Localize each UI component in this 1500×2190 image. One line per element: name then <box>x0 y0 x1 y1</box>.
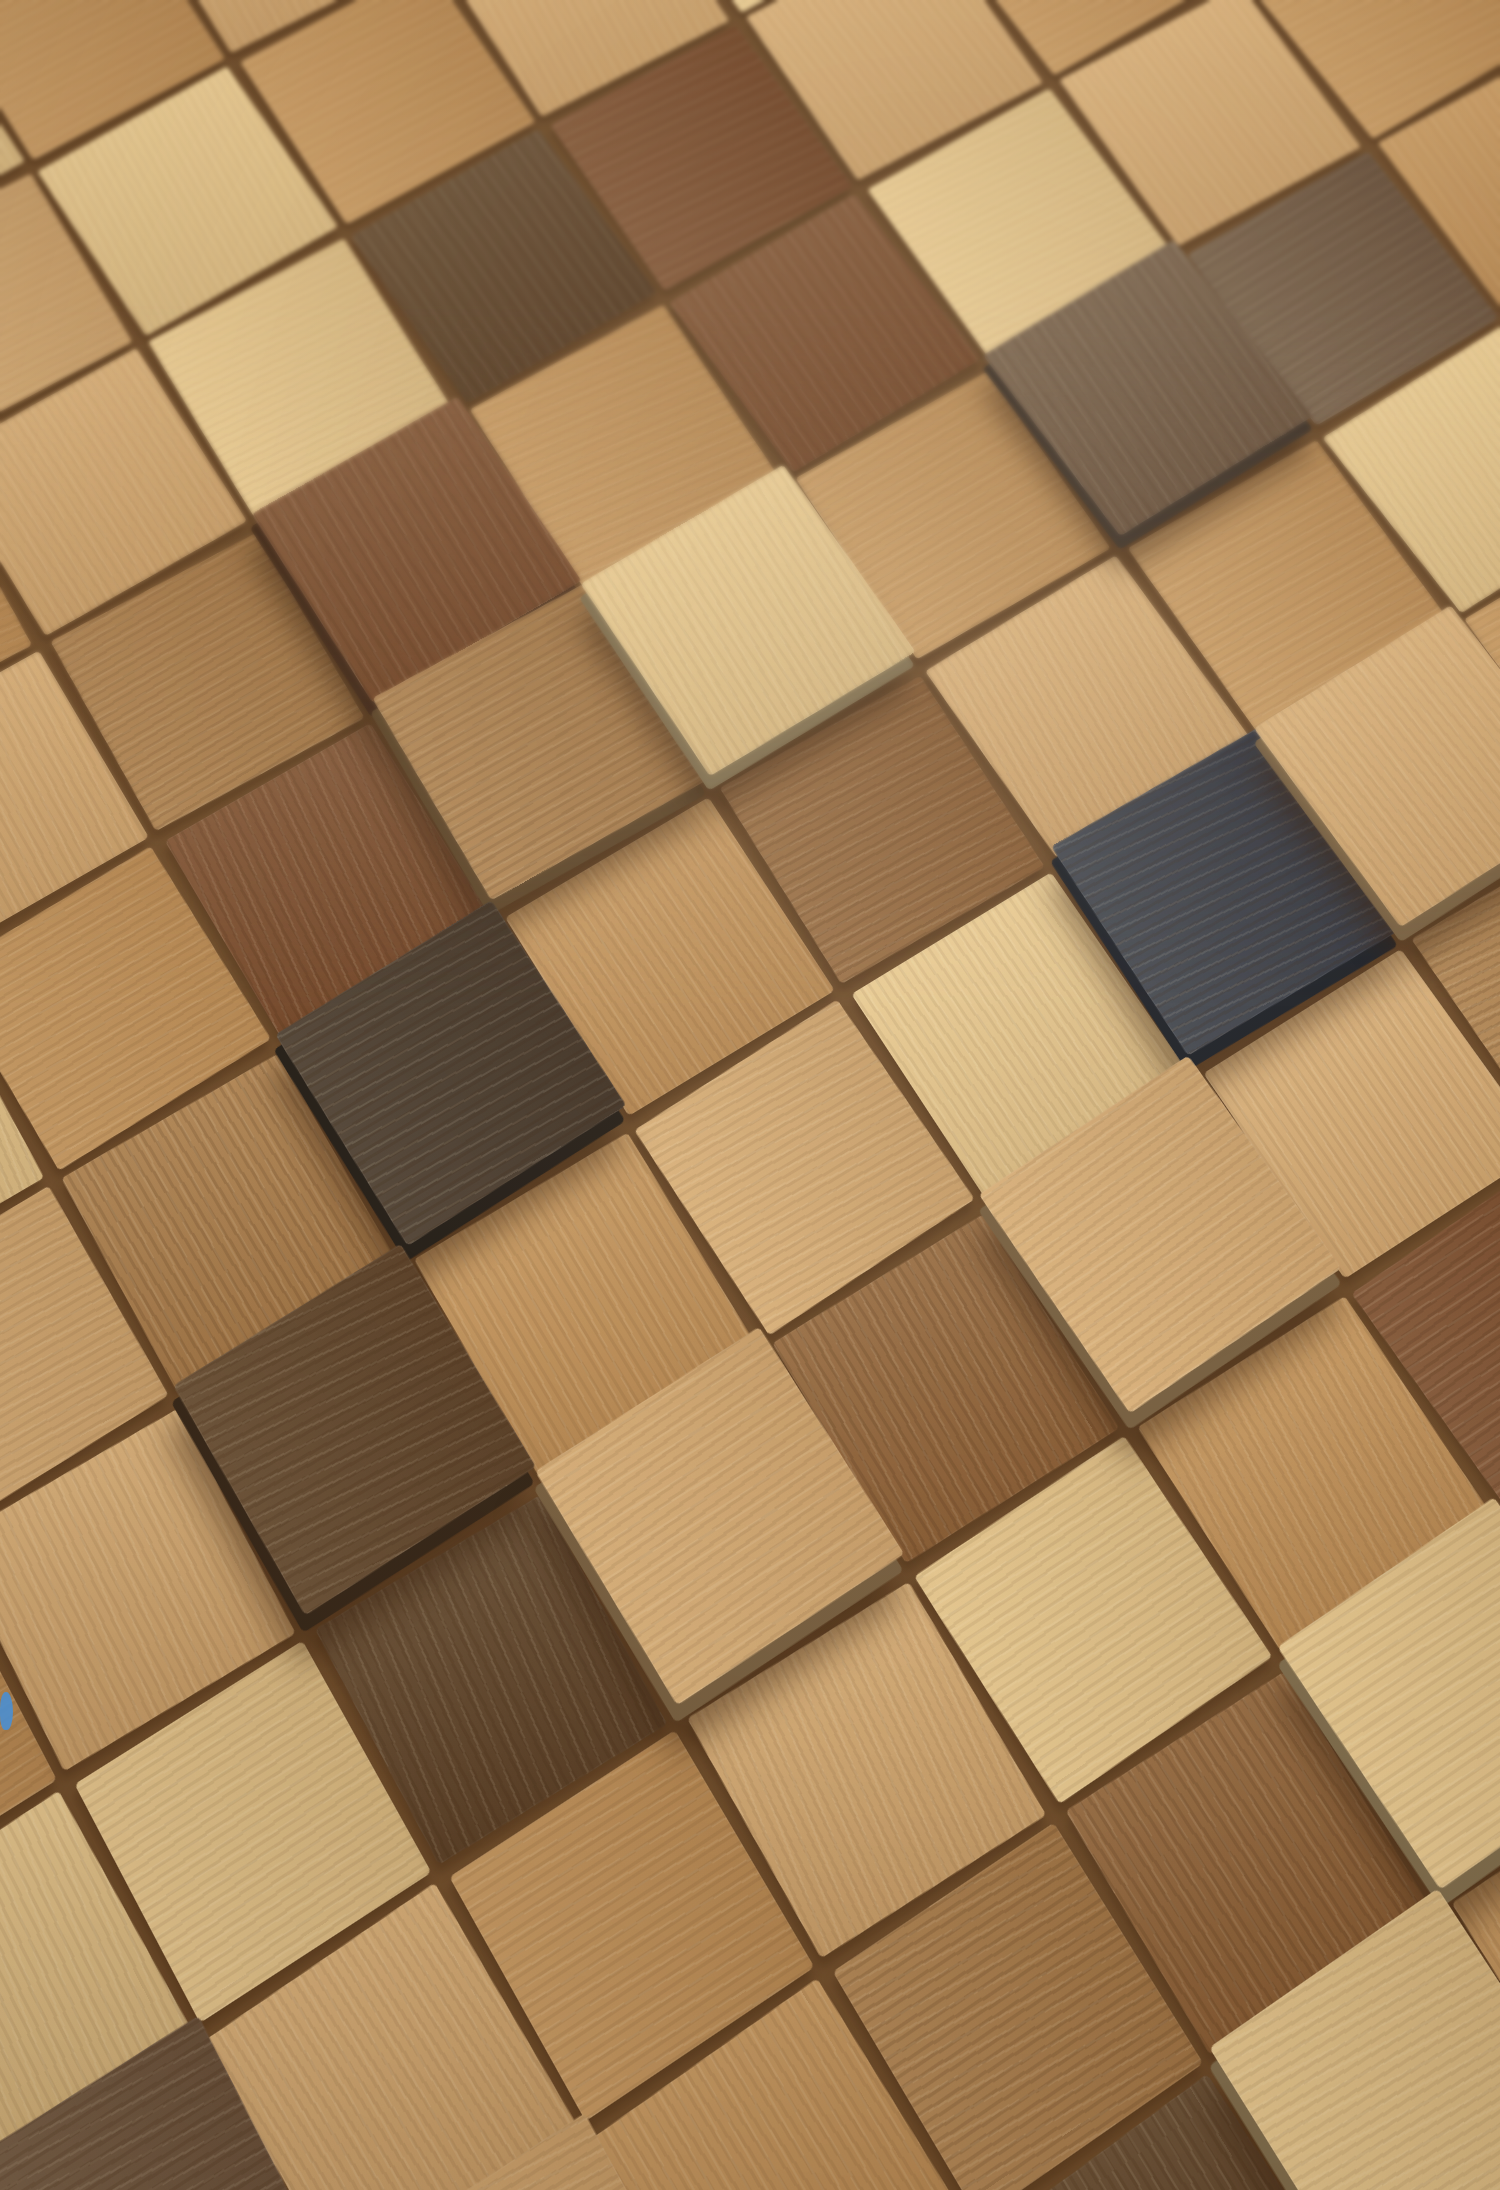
mosaic-perspective <box>0 0 1500 2190</box>
mosaic-grid <box>0 0 1500 2190</box>
photo <box>0 0 1500 2190</box>
